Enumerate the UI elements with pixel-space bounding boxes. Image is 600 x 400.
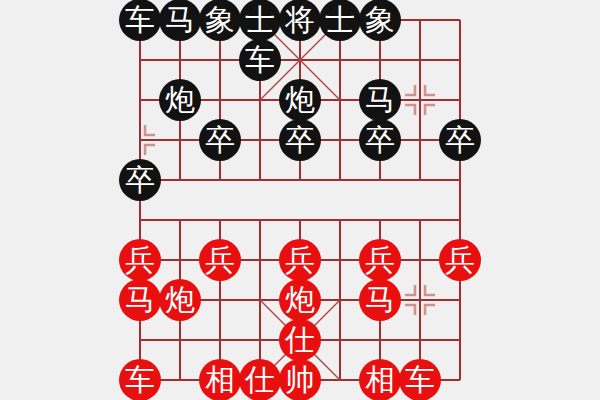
intersection-cell: 仕 [240,360,280,400]
intersection-cell: 卒 [200,120,240,160]
piece-black-soldier[interactable]: 卒 [119,159,161,201]
intersection-cell: 车 [120,360,160,400]
piece-red-horse[interactable]: 马 [359,279,401,321]
piece-red-soldier[interactable]: 兵 [359,239,401,281]
intersection-cell: 相 [200,360,240,400]
intersection-cell: 炮 [160,280,200,320]
xiangqi-board[interactable]: 车马象士将士象车炮炮马卒卒卒卒卒兵兵兵兵兵马炮炮马仕车相仕帅相车 [120,0,480,400]
intersection-cell: 马 [120,280,160,320]
intersection-cell: 卒 [360,120,400,160]
piece-black-general[interactable]: 将 [279,0,321,41]
piece-black-advisor[interactable]: 士 [319,0,361,41]
intersection-cell: 炮 [280,280,320,320]
intersection-cell: 车 [240,40,280,80]
intersection-cell: 兵 [200,240,240,280]
intersection-cell: 马 [360,280,400,320]
intersection-cell: 马 [360,80,400,120]
piece-black-elephant[interactable]: 象 [199,0,241,41]
piece-red-elephant[interactable]: 相 [359,359,401,400]
piece-red-general[interactable]: 帅 [279,359,321,400]
piece-red-advisor[interactable]: 仕 [279,319,321,361]
intersection-cell: 象 [360,0,400,40]
piece-red-chariot[interactable]: 车 [399,359,441,400]
piece-black-cannon[interactable]: 炮 [279,79,321,121]
intersection-cell: 兵 [280,240,320,280]
piece-black-elephant[interactable]: 象 [359,0,401,41]
intersection-cell: 兵 [120,240,160,280]
piece-black-soldier[interactable]: 卒 [199,119,241,161]
piece-red-advisor[interactable]: 仕 [239,359,281,400]
piece-black-cannon[interactable]: 炮 [159,79,201,121]
intersection-cell: 兵 [360,240,400,280]
piece-red-soldier[interactable]: 兵 [199,239,241,281]
piece-red-cannon[interactable]: 炮 [159,279,201,321]
piece-black-soldier[interactable]: 卒 [439,119,481,161]
piece-black-advisor[interactable]: 士 [239,0,281,41]
intersection-cell: 卒 [280,120,320,160]
intersection-cell: 马 [160,0,200,40]
intersection-cell: 将 [280,0,320,40]
piece-red-soldier[interactable]: 兵 [279,239,321,281]
intersection-cell: 相 [360,360,400,400]
piece-black-chariot[interactable]: 车 [119,0,161,41]
intersection-cell: 炮 [280,80,320,120]
intersection-cell: 士 [240,0,280,40]
intersection-cell: 车 [400,360,440,400]
piece-red-horse[interactable]: 马 [119,279,161,321]
intersection-cell: 卒 [440,120,480,160]
piece-red-elephant[interactable]: 相 [199,359,241,400]
piece-black-horse[interactable]: 马 [159,0,201,41]
piece-black-soldier[interactable]: 卒 [359,119,401,161]
xiangqi-diagram: 车马象士将士象车炮炮马卒卒卒卒卒兵兵兵兵兵马炮炮马仕车相仕帅相车 [0,0,600,400]
intersection-cell: 象 [200,0,240,40]
intersection-cell: 士 [320,0,360,40]
intersection-cell: 兵 [440,240,480,280]
piece-black-soldier[interactable]: 卒 [279,119,321,161]
piece-red-cannon[interactable]: 炮 [279,279,321,321]
intersection-cell: 帅 [280,360,320,400]
intersection-cell: 车 [120,0,160,40]
intersection-cell: 炮 [160,80,200,120]
intersection-cell: 仕 [280,320,320,360]
piece-red-soldier[interactable]: 兵 [439,239,481,281]
piece-red-chariot[interactable]: 车 [119,359,161,400]
piece-red-soldier[interactable]: 兵 [119,239,161,281]
piece-black-chariot[interactable]: 车 [239,39,281,81]
intersection-cell: 卒 [120,160,160,200]
piece-black-horse[interactable]: 马 [359,79,401,121]
